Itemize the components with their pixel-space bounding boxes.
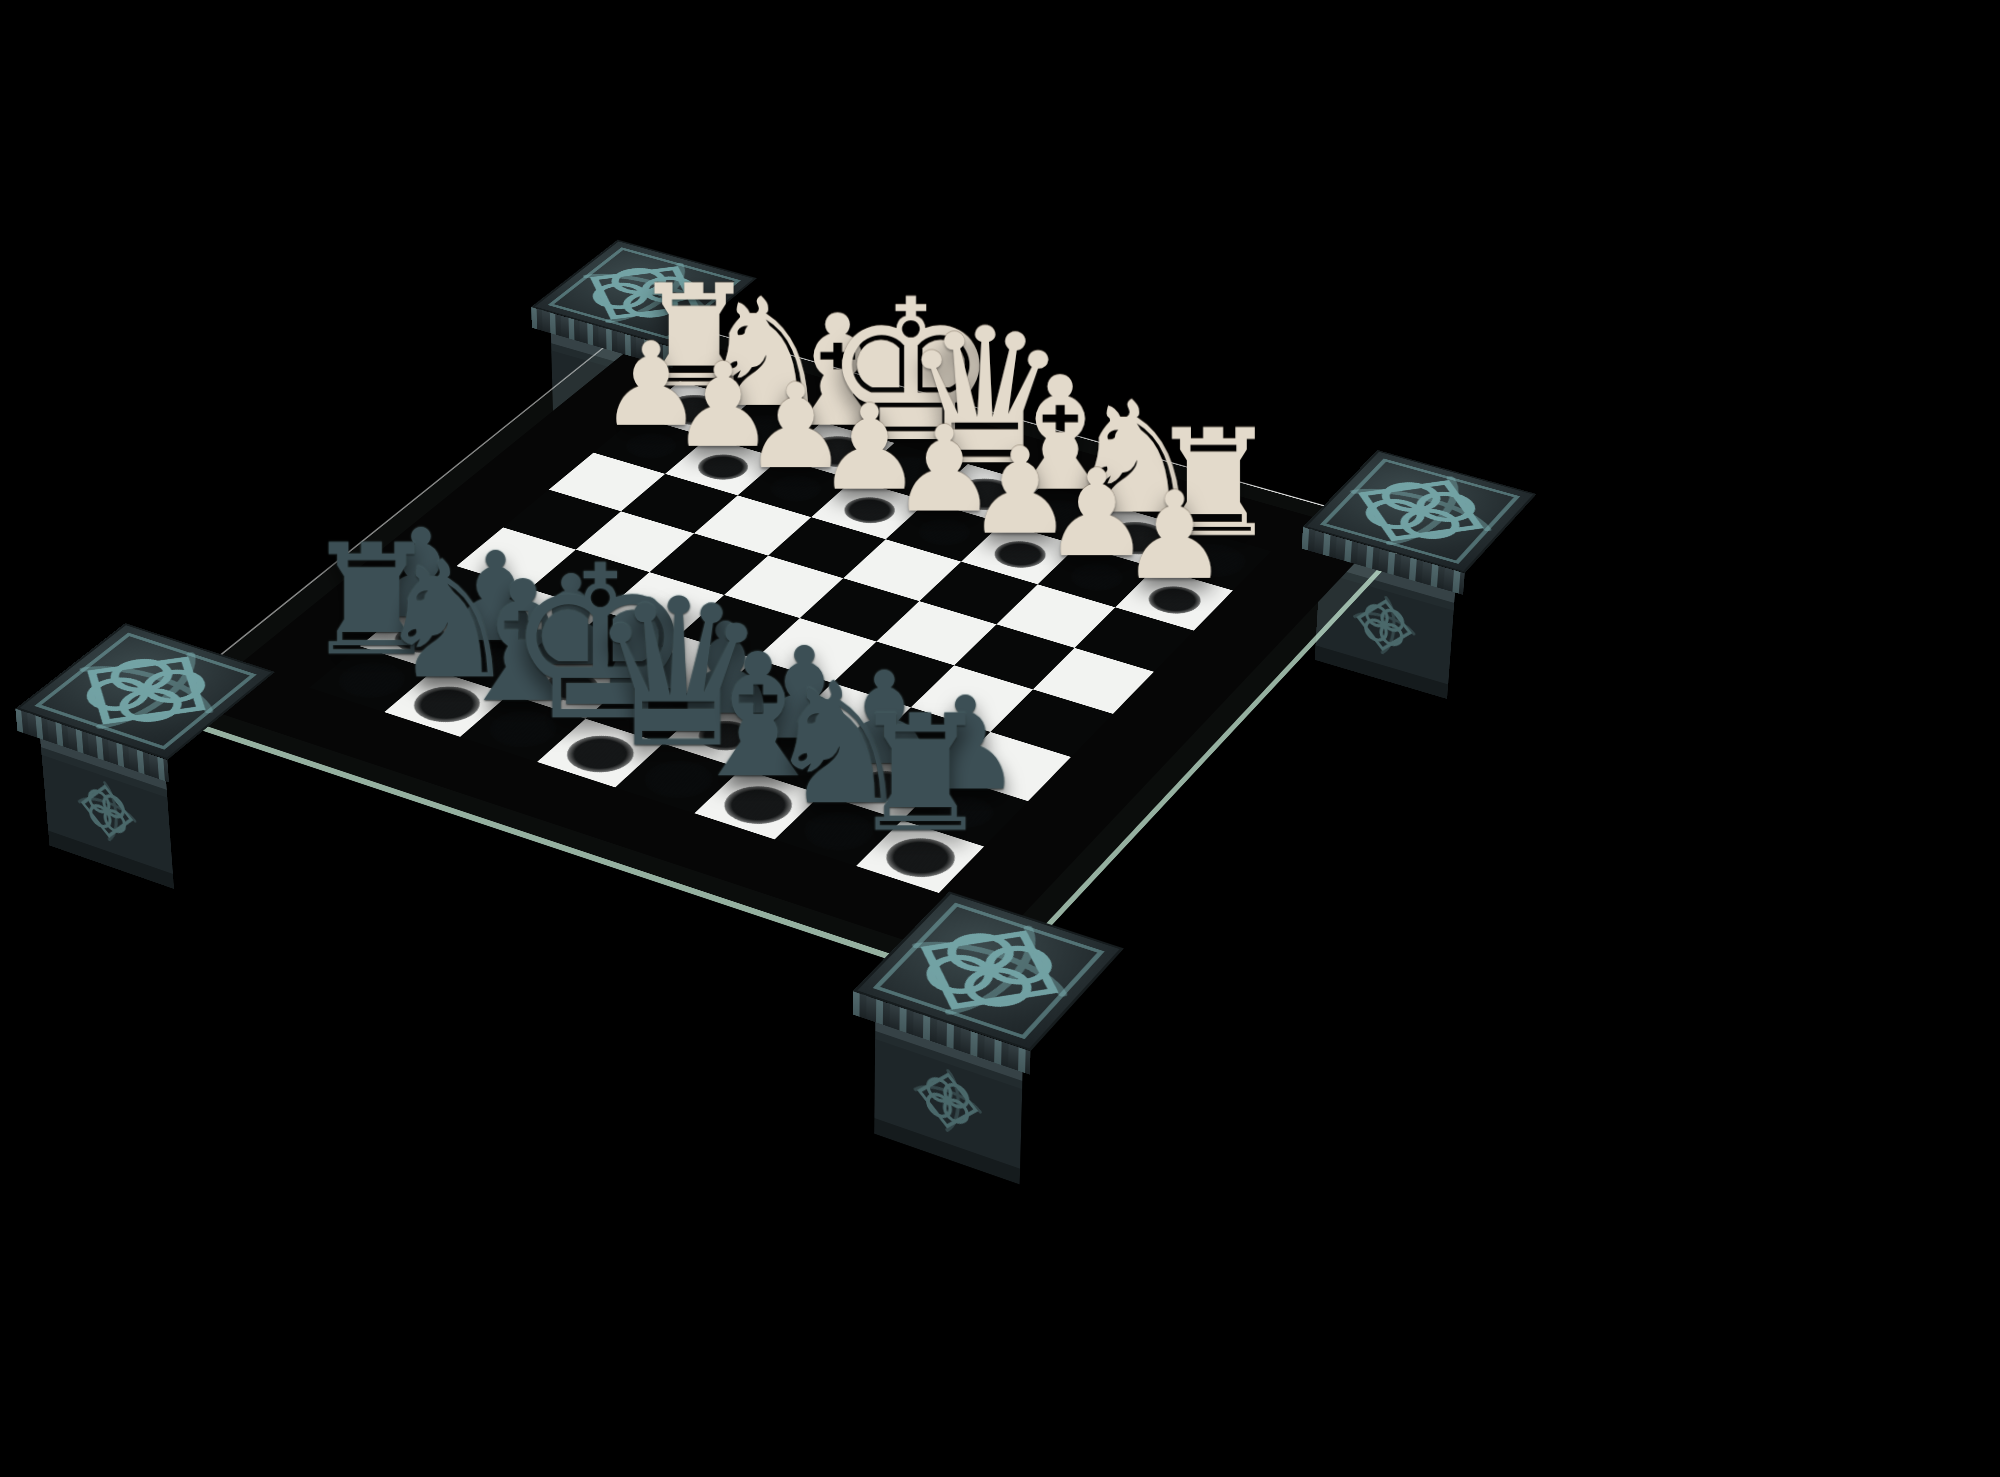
chess-set: ♜♞♝♚♛♝♞♜♟♟♟♟♟♟♟♟♟♟♟♟♟♟♟♟♜♞♝♚♛♝♞♜ — [148, 313, 1419, 993]
celtic-knot-icon — [1350, 586, 1418, 664]
celtic-knot-icon — [74, 770, 139, 852]
piece-black-rook[interactable]: ♜ — [792, 694, 1049, 859]
scene: ♜♞♝♚♛♝♞♜♟♟♟♟♟♟♟♟♟♟♟♟♟♟♟♟♜♞♝♚♛♝♞♜ — [0, 0, 2000, 1477]
celtic-knot-icon — [912, 1056, 983, 1144]
